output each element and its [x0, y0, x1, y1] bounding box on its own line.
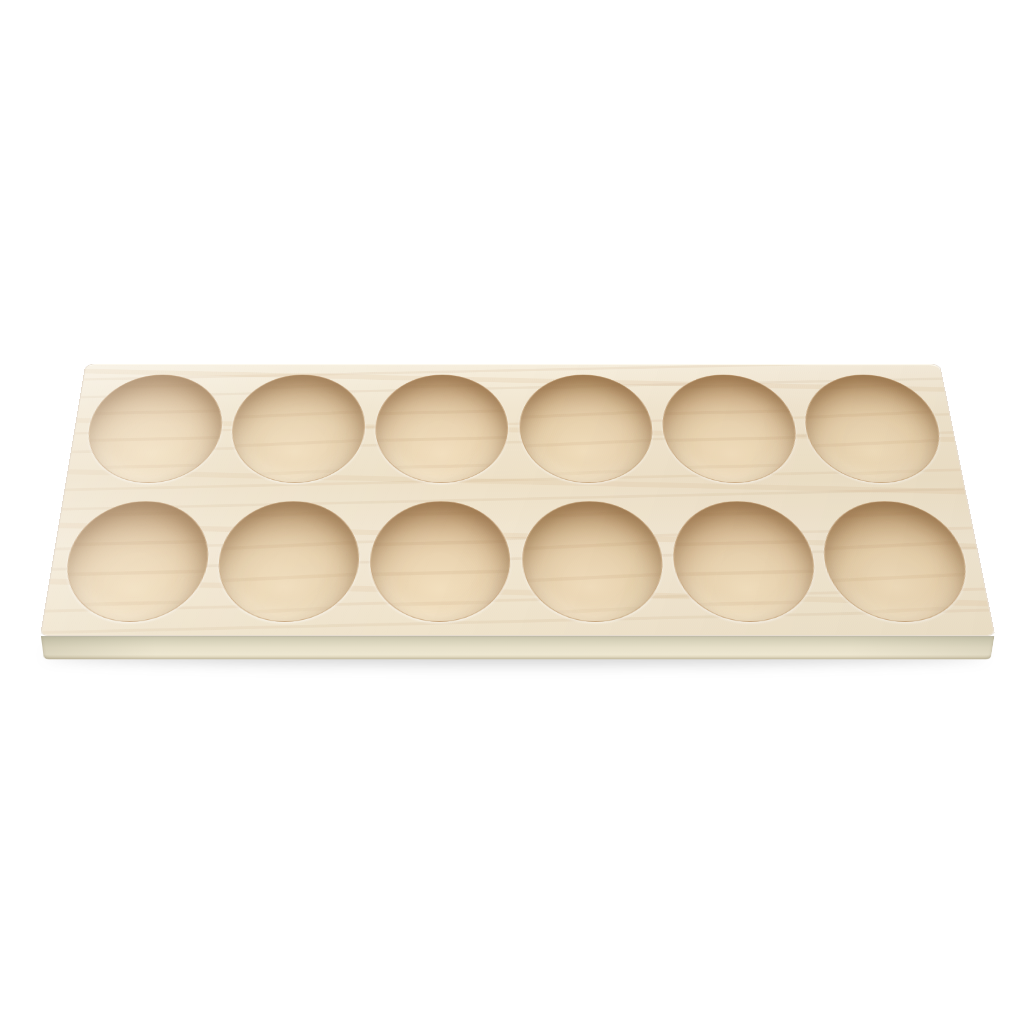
pit-r2c6[interactable] — [817, 501, 977, 622]
pit-r2c5[interactable] — [669, 501, 822, 622]
mancala-board — [41, 364, 994, 635]
pit-seeds — [670, 502, 821, 622]
pit-seeds — [659, 375, 801, 482]
pit-seeds — [519, 375, 655, 482]
pit-seeds — [228, 375, 366, 482]
pit-r1c1[interactable] — [80, 375, 227, 483]
pit-r2c4[interactable] — [521, 501, 667, 622]
product-photo — [0, 0, 1024, 1024]
board-front-face — [41, 636, 994, 659]
pit-r2c1[interactable] — [58, 501, 214, 622]
pit-r1c6[interactable] — [799, 375, 950, 483]
pit-seeds — [214, 502, 360, 622]
pit-seeds — [81, 375, 226, 482]
pit-r2c2[interactable] — [213, 501, 362, 622]
pit-seeds — [800, 375, 949, 482]
pit-seeds — [522, 502, 666, 622]
pit-seeds — [59, 502, 213, 622]
pit-r1c2[interactable] — [227, 375, 367, 483]
pit-seeds — [375, 375, 508, 482]
pit-r1c5[interactable] — [658, 375, 802, 483]
pit-seeds — [818, 502, 976, 622]
board-scene — [65, 282, 965, 702]
pit-r2c3[interactable] — [368, 501, 511, 622]
pit-seeds — [369, 502, 510, 622]
pit-r1c3[interactable] — [374, 375, 509, 483]
pit-r1c4[interactable] — [518, 375, 656, 483]
